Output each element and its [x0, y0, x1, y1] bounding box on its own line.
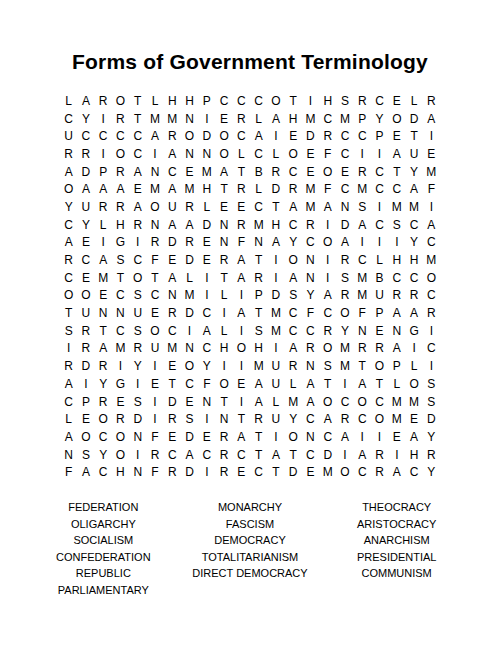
grid-cell: I — [112, 357, 129, 375]
grid-cell: E — [198, 251, 215, 269]
grid-cell: R — [77, 145, 94, 163]
grid-cell: S — [60, 322, 77, 340]
grid-cell: N — [181, 340, 198, 358]
grid-cell: Y — [95, 446, 112, 464]
grid-cell: O — [181, 357, 198, 375]
grid-cell: D — [181, 463, 198, 481]
grid-cell: M — [267, 322, 284, 340]
grid-cell: O — [388, 110, 405, 128]
grid-cell: C — [285, 322, 302, 340]
grid-cell: S — [423, 393, 440, 411]
grid-cell: R — [423, 446, 440, 464]
grid-cell: M — [423, 163, 440, 181]
grid-cell: I — [198, 110, 215, 128]
grid-cell: S — [129, 287, 146, 305]
grid-cell: M — [354, 287, 371, 305]
grid-cell: R — [129, 216, 146, 234]
grid-cell: M — [250, 216, 267, 234]
grid-cell: C — [354, 127, 371, 145]
grid-cell: R — [77, 322, 94, 340]
grid-cell: I — [233, 287, 250, 305]
grid-cell: C — [215, 92, 232, 110]
grid-cell: M — [354, 269, 371, 287]
grid-cell: F — [423, 180, 440, 198]
grid-cell: I — [233, 357, 250, 375]
word-bank-column-1: FEDERATIONOLIGARCHYSOCIALISMCONFEDERATIO… — [30, 499, 177, 598]
grid-cell: I — [423, 127, 440, 145]
grid-cell: R — [336, 287, 353, 305]
grid-cell: A — [60, 428, 77, 446]
grid-cell: C — [60, 393, 77, 411]
grid-cell: C — [388, 269, 405, 287]
word-bank-column-3: THEOCRACYARISTOCRACYANARCHISMPRESIDENTIA… — [323, 499, 470, 598]
grid-cell: N — [302, 251, 319, 269]
grid-cell: Y — [423, 428, 440, 446]
grid-cell: A — [198, 322, 215, 340]
grid-cell: I — [267, 428, 284, 446]
grid-cell: G — [112, 375, 129, 393]
grid-cell: C — [405, 463, 422, 481]
grid-cell: L — [285, 375, 302, 393]
grid-cell: M — [388, 393, 405, 411]
grid-cell: H — [250, 340, 267, 358]
grid-cell: O — [371, 357, 388, 375]
grid-cell: C — [302, 446, 319, 464]
grid-cell: C — [164, 163, 181, 181]
grid-cell: U — [60, 127, 77, 145]
grid-cell: O — [146, 198, 163, 216]
grid-cell: N — [129, 463, 146, 481]
word-bank-word: MONARCHY — [177, 499, 324, 516]
grid-cell: R — [250, 269, 267, 287]
grid-cell: R — [215, 428, 232, 446]
grid-cell: M — [267, 304, 284, 322]
grid-cell: M — [405, 198, 422, 216]
grid-cell: I — [302, 92, 319, 110]
grid-cell: O — [215, 145, 232, 163]
grid-cell: N — [388, 322, 405, 340]
grid-cell: A — [164, 145, 181, 163]
grid-cell: N — [336, 198, 353, 216]
grid-cell: T — [250, 428, 267, 446]
grid-cell: O — [77, 428, 94, 446]
grid-cell: T — [388, 163, 405, 181]
grid-cell: T — [215, 393, 232, 411]
grid-cell: A — [233, 428, 250, 446]
grid-cell: N — [302, 428, 319, 446]
grid-cell: D — [285, 463, 302, 481]
grid-cell: M — [164, 340, 181, 358]
grid-cell: O — [112, 428, 129, 446]
grid-cell: Y — [371, 110, 388, 128]
grid-cell: O — [146, 322, 163, 340]
grid-cell: U — [146, 340, 163, 358]
grid-cell: I — [388, 446, 405, 464]
grid-cell: A — [388, 304, 405, 322]
grid-cell: O — [129, 269, 146, 287]
grid-cell: T — [319, 375, 336, 393]
grid-cell: A — [112, 180, 129, 198]
grid-cell: I — [95, 145, 112, 163]
grid-cell: R — [371, 340, 388, 358]
grid-cell: U — [77, 304, 94, 322]
grid-cell: A — [164, 216, 181, 234]
grid-cell: C — [371, 393, 388, 411]
grid-cell: R — [181, 234, 198, 252]
grid-cell: O — [319, 340, 336, 358]
grid-cell: O — [371, 410, 388, 428]
grid-cell: A — [77, 92, 94, 110]
grid-cell: M — [95, 269, 112, 287]
grid-cell: A — [181, 216, 198, 234]
grid-cell: M — [336, 110, 353, 128]
grid-cell: D — [423, 410, 440, 428]
grid-cell: D — [129, 410, 146, 428]
grid-cell: O — [319, 234, 336, 252]
grid-cell: C — [164, 322, 181, 340]
grid-cell: A — [285, 269, 302, 287]
grid-cell: E — [77, 269, 94, 287]
grid-cell: A — [302, 375, 319, 393]
grid-cell: O — [405, 375, 422, 393]
grid-cell: C — [198, 304, 215, 322]
grid-cell: E — [181, 163, 198, 181]
grid-cell: E — [215, 110, 232, 128]
word-bank-word: DIRECT DEMOCRACY — [177, 565, 324, 582]
grid-cell: A — [129, 198, 146, 216]
grid-cell: R — [388, 287, 405, 305]
grid-cell: I — [77, 375, 94, 393]
grid-cell: H — [181, 92, 198, 110]
grid-cell: Y — [77, 110, 94, 128]
grid-cell: D — [198, 127, 215, 145]
grid-cell: C — [233, 92, 250, 110]
grid-cell: N — [215, 216, 232, 234]
grid-cell: A — [233, 304, 250, 322]
grid-cell: H — [198, 180, 215, 198]
grid-cell: D — [319, 446, 336, 464]
grid-cell: H — [319, 92, 336, 110]
grid-cell: F — [319, 145, 336, 163]
grid-cell: O — [112, 145, 129, 163]
grid-cell: M — [336, 357, 353, 375]
grid-cell: I — [371, 428, 388, 446]
grid-cell: E — [146, 304, 163, 322]
grid-cell: S — [181, 410, 198, 428]
grid-cell: T — [112, 269, 129, 287]
grid-cell: D — [164, 393, 181, 411]
grid-cell: C — [164, 446, 181, 464]
grid-cell: R — [233, 180, 250, 198]
grid-cell: C — [336, 145, 353, 163]
word-search-grid: LAROTLHHPCCCOTIHSRCELRCYIRTMMNIERLAHMCMP… — [60, 92, 440, 481]
grid-cell: T — [233, 163, 250, 181]
grid-cell: S — [112, 251, 129, 269]
grid-cell: E — [233, 198, 250, 216]
grid-cell: P — [354, 110, 371, 128]
grid-cell: I — [198, 269, 215, 287]
grid-cell: L — [215, 322, 232, 340]
grid-cell: I — [319, 251, 336, 269]
grid-cell: T — [95, 322, 112, 340]
grid-cell: I — [354, 428, 371, 446]
grid-cell: E — [198, 428, 215, 446]
grid-cell: E — [95, 287, 112, 305]
grid-cell: I — [371, 198, 388, 216]
word-bank-column-2: MONARCHYFASCISMDEMOCRACYTOTALITARIANISMD… — [177, 499, 324, 598]
grid-cell: C — [285, 304, 302, 322]
grid-cell: R — [371, 446, 388, 464]
puzzle-title: Forms of Government Terminology — [0, 0, 500, 75]
word-bank-word: FASCISM — [177, 516, 324, 533]
grid-cell: U — [405, 145, 422, 163]
grid-cell: C — [388, 180, 405, 198]
grid-cell: N — [112, 304, 129, 322]
grid-cell: D — [267, 180, 284, 198]
grid-cell: M — [336, 340, 353, 358]
grid-cell: O — [233, 340, 250, 358]
grid-cell: A — [285, 198, 302, 216]
grid-cell: E — [233, 463, 250, 481]
grid-cell: R — [164, 463, 181, 481]
grid-cell: M — [405, 393, 422, 411]
grid-cell: C — [371, 180, 388, 198]
grid-cell: M — [302, 198, 319, 216]
word-bank-word: DEMOCRACY — [177, 532, 324, 549]
grid-cell: A — [250, 393, 267, 411]
grid-cell: I — [354, 145, 371, 163]
grid-cell: A — [250, 127, 267, 145]
grid-cell: H — [267, 216, 284, 234]
grid-cell: O — [112, 92, 129, 110]
grid-cell: P — [250, 287, 267, 305]
grid-cell: M — [112, 340, 129, 358]
grid-cell: S — [336, 269, 353, 287]
grid-cell: L — [267, 393, 284, 411]
grid-cell: A — [405, 304, 422, 322]
grid-cell: A — [95, 340, 112, 358]
word-bank-word: ANARCHISM — [323, 532, 470, 549]
grid-cell: S — [77, 446, 94, 464]
grid-cell: D — [181, 428, 198, 446]
grid-cell: M — [319, 463, 336, 481]
grid-cell: D — [164, 234, 181, 252]
grid-cell: S — [250, 322, 267, 340]
grid-cell: D — [77, 163, 94, 181]
word-bank-word: TOTALITARIANISM — [177, 549, 324, 566]
grid-cell: U — [371, 287, 388, 305]
grid-cell: D — [181, 251, 198, 269]
grid-cell: I — [233, 322, 250, 340]
grid-cell: N — [198, 393, 215, 411]
grid-cell: A — [77, 180, 94, 198]
grid-cell: L — [215, 287, 232, 305]
grid-cell: I — [336, 446, 353, 464]
grid-cell: C — [129, 127, 146, 145]
grid-cell: D — [405, 110, 422, 128]
grid-cell: R — [181, 198, 198, 216]
grid-cell: R — [164, 127, 181, 145]
grid-cell: R — [423, 304, 440, 322]
grid-cell: R — [233, 110, 250, 128]
grid-cell: T — [233, 410, 250, 428]
grid-cell: M — [198, 163, 215, 181]
grid-cell: N — [215, 410, 232, 428]
grid-cell: A — [146, 127, 163, 145]
grid-cell: I — [354, 234, 371, 252]
grid-cell: E — [198, 234, 215, 252]
grid-cell: O — [60, 180, 77, 198]
grid-cell: T — [285, 92, 302, 110]
grid-cell: Y — [285, 410, 302, 428]
grid-cell: C — [354, 463, 371, 481]
grid-cell: E — [164, 428, 181, 446]
grid-cell: P — [77, 393, 94, 411]
grid-cell: A — [267, 446, 284, 464]
grid-cell: R — [285, 357, 302, 375]
grid-cell: M — [285, 393, 302, 411]
grid-cell: R — [423, 92, 440, 110]
grid-cell: L — [60, 92, 77, 110]
grid-cell: U — [129, 304, 146, 322]
grid-cell: E — [388, 92, 405, 110]
grid-cell: C — [319, 304, 336, 322]
grid-cell: C — [319, 110, 336, 128]
grid-cell: R — [95, 357, 112, 375]
grid-cell: L — [181, 269, 198, 287]
grid-cell: C — [198, 340, 215, 358]
grid-cell: H — [215, 340, 232, 358]
grid-cell: A — [60, 163, 77, 181]
word-bank-word: FEDERATION — [30, 499, 177, 516]
grid-cell: Y — [129, 357, 146, 375]
grid-cell: C — [77, 251, 94, 269]
word-bank-word: PARLIAMENTARY — [30, 582, 177, 599]
grid-cell: A — [233, 269, 250, 287]
grid-cell: A — [181, 446, 198, 464]
grid-cell: C — [129, 145, 146, 163]
grid-cell: U — [77, 198, 94, 216]
grid-cell: L — [146, 92, 163, 110]
grid-cell: I — [371, 145, 388, 163]
grid-cell: R — [95, 393, 112, 411]
grid-cell: M — [388, 410, 405, 428]
grid-cell: O — [285, 251, 302, 269]
grid-cell: C — [95, 428, 112, 446]
grid-cell: C — [77, 127, 94, 145]
grid-cell: G — [405, 322, 422, 340]
grid-cell: I — [267, 340, 284, 358]
grid-cell: C — [302, 322, 319, 340]
grid-cell: R — [215, 446, 232, 464]
grid-cell: L — [198, 198, 215, 216]
grid-cell: C — [112, 127, 129, 145]
grid-cell: R — [319, 127, 336, 145]
grid-cell: I — [423, 357, 440, 375]
grid-cell: T — [250, 446, 267, 464]
grid-cell: E — [302, 463, 319, 481]
grid-cell: T — [250, 304, 267, 322]
grid-cell: C — [95, 127, 112, 145]
grid-cell: P — [388, 357, 405, 375]
grid-cell: N — [146, 163, 163, 181]
grid-cell: C — [405, 269, 422, 287]
grid-cell: S — [388, 216, 405, 234]
grid-cell: O — [285, 428, 302, 446]
grid-cell: N — [250, 234, 267, 252]
grid-cell: C — [60, 216, 77, 234]
grid-cell: C — [250, 145, 267, 163]
grid-cell: N — [129, 428, 146, 446]
grid-cell: A — [267, 234, 284, 252]
word-bank-word: OLIGARCHY — [30, 516, 177, 533]
grid-cell: R — [146, 234, 163, 252]
grid-cell: E — [423, 145, 440, 163]
worksheet-page: Forms of Government Terminology LAROTLHH… — [0, 0, 500, 647]
grid-cell: I — [423, 322, 440, 340]
grid-cell: T — [164, 375, 181, 393]
grid-cell: E — [164, 251, 181, 269]
grid-cell: P — [95, 163, 112, 181]
grid-cell: I — [146, 393, 163, 411]
grid-cell: N — [146, 216, 163, 234]
grid-cell: O — [60, 287, 77, 305]
grid-cell: O — [95, 410, 112, 428]
grid-cell: R — [146, 446, 163, 464]
grid-cell: R — [371, 463, 388, 481]
grid-cell: C — [423, 340, 440, 358]
grid-cell: A — [302, 393, 319, 411]
grid-cell: L — [405, 357, 422, 375]
grid-cell: H — [405, 446, 422, 464]
grid-cell: H — [112, 216, 129, 234]
grid-cell: S — [285, 287, 302, 305]
grid-cell: C — [233, 446, 250, 464]
grid-cell: I — [146, 357, 163, 375]
grid-cell: I — [267, 127, 284, 145]
grid-cell: E — [164, 357, 181, 375]
grid-cell: A — [60, 234, 77, 252]
grid-cell: S — [354, 198, 371, 216]
grid-cell: O — [77, 287, 94, 305]
grid-cell: A — [95, 180, 112, 198]
grid-cell: R — [336, 410, 353, 428]
grid-cell: C — [95, 463, 112, 481]
grid-cell: S — [336, 92, 353, 110]
grid-cell: C — [302, 410, 319, 428]
grid-cell: M — [250, 357, 267, 375]
grid-cell: I — [146, 145, 163, 163]
grid-cell: R — [336, 251, 353, 269]
word-bank-word: REPUBLIC — [30, 565, 177, 582]
grid-cell: E — [405, 410, 422, 428]
grid-cell: N — [181, 110, 198, 128]
grid-cell: M — [164, 110, 181, 128]
grid-cell: O — [215, 127, 232, 145]
grid-cell: Y — [77, 216, 94, 234]
grid-cell: I — [336, 375, 353, 393]
grid-cell: E — [181, 393, 198, 411]
grid-cell: F — [60, 463, 77, 481]
grid-cell: C — [198, 446, 215, 464]
grid-cell: R — [302, 216, 319, 234]
word-bank-word: CONFEDERATION — [30, 549, 177, 566]
grid-cell: M — [302, 180, 319, 198]
grid-cell: O — [267, 92, 284, 110]
grid-cell: R — [164, 304, 181, 322]
grid-cell: L — [388, 375, 405, 393]
grid-cell: O — [423, 269, 440, 287]
